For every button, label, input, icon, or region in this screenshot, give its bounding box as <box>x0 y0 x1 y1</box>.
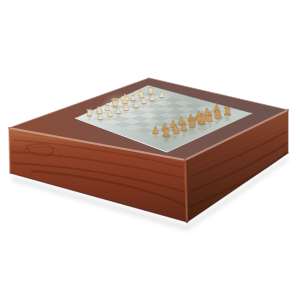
piece-glyph: ♜ <box>86 108 94 118</box>
piece-glyph: ♟ <box>141 96 148 105</box>
piece-glyph: ♟ <box>151 125 159 135</box>
piece-glyph: ♟ <box>158 90 165 99</box>
piece-glyph: ♟ <box>107 109 114 118</box>
chess-piece-white-P: ♟♟ <box>149 93 156 105</box>
chess-table-scene: ♜♜♞♞♟♟♝♝♟♟♚♚♟♟♛♛♟♟♝♝♟♟♟♟♞♞♟♟♟♟♜♜♜♜♟♟♟♟♞♞… <box>0 0 300 300</box>
piece-glyph: ♟ <box>97 112 104 121</box>
piece-glyph: ♟ <box>115 106 122 115</box>
chess-piece-white-P: ♟♟ <box>158 90 165 102</box>
chess-piece-white-P: ♟♟ <box>123 103 130 115</box>
chess-piece-tan-R: ♜♜ <box>223 105 233 123</box>
chess-table-photo: ♜♜♞♞♟♟♝♝♟♟♚♚♟♟♛♛♟♟♝♝♟♟♟♟♞♞♟♟♟♟♜♜♜♜♟♟♟♟♞♞… <box>0 0 300 300</box>
chess-piece-white-P: ♟♟ <box>107 109 114 121</box>
piece-glyph: ♟ <box>123 103 130 112</box>
chess-piece-white-P: ♟♟ <box>97 112 104 124</box>
chess-piece-white-P: ♟♟ <box>141 96 148 108</box>
chess-piece-white-P: ♟♟ <box>132 100 139 112</box>
chess-piece-tan-N: ♞♞ <box>171 122 181 142</box>
chess-piece-white-P: ♟♟ <box>115 106 122 118</box>
chess-piece-tan-R: ♜♜ <box>162 126 172 144</box>
piece-glyph: ♟ <box>149 93 156 102</box>
piece-glyph: ♞ <box>171 122 181 136</box>
chess-piece-white-R: ♜♜ <box>86 108 94 122</box>
piece-glyph: ♜ <box>223 105 233 118</box>
piece-glyph: ♟ <box>132 100 139 109</box>
chess-piece-tan-P: ♟♟ <box>151 125 159 140</box>
piece-glyph: ♜ <box>162 126 172 139</box>
